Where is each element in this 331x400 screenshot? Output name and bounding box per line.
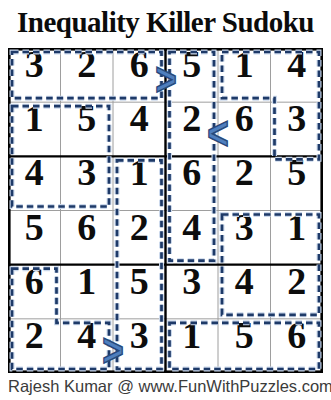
credit-text: Rajesh Kumar @ www.FunWithPuzzles.com (8, 377, 331, 396)
inequality-sign-2: < (207, 110, 229, 156)
cage-outline-halo-cage-1 (12, 52, 162, 98)
page-title: Inequality Killer Sudoku (0, 6, 331, 39)
sudoku-board: 326514154263431625562431615342243156 ><> (8, 48, 323, 373)
cage-outline-cage-1 (12, 52, 162, 98)
page: Inequality Killer Sudoku 326514154263431… (0, 0, 331, 400)
cage-outline-cage-8 (170, 323, 320, 369)
cage-outline-halo-cage-8 (170, 323, 320, 369)
inequality-sign-3: > (102, 327, 124, 373)
inequality-sign-1: > (155, 56, 177, 102)
